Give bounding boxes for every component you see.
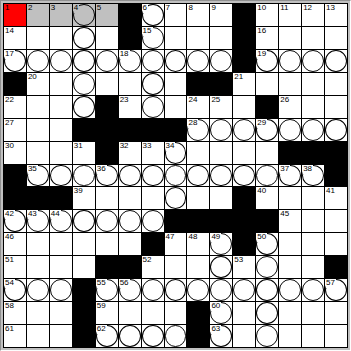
circle-marker [73, 50, 95, 72]
cell-r0c3[interactable]: 4 [73, 4, 95, 26]
cell-r9c3[interactable] [73, 210, 95, 232]
cell-r3c11[interactable] [256, 73, 278, 95]
circle-marker [142, 73, 164, 95]
cell-r14c8 [187, 325, 209, 347]
cell-r1c3[interactable] [73, 27, 95, 49]
cell-r3c10[interactable]: 21 [233, 73, 255, 95]
cell-r2c10 [233, 50, 255, 72]
cell-r12c3 [73, 279, 95, 301]
clue-number-2: 2 [28, 4, 33, 13]
cell-r14c7[interactable] [165, 325, 187, 347]
circle-marker [142, 279, 164, 301]
cell-r9c1[interactable]: 43 [27, 210, 49, 232]
clue-number-32: 32 [120, 142, 130, 151]
circle-marker [142, 210, 164, 232]
cell-r2c7[interactable] [165, 50, 187, 72]
cell-r5c5 [119, 119, 141, 141]
cell-r14c3 [73, 325, 95, 347]
circle-marker [279, 50, 301, 72]
cell-r0c13[interactable]: 12 [302, 4, 324, 26]
cell-r5c13[interactable] [302, 119, 324, 141]
cell-r8c1 [27, 187, 49, 209]
cell-r3c8 [187, 73, 209, 95]
cell-r12c5[interactable]: 56 [119, 279, 141, 301]
cell-r10c13[interactable] [302, 233, 324, 255]
cell-r9c2[interactable]: 44 [50, 210, 72, 232]
cell-r11c1[interactable] [27, 256, 49, 278]
cell-r12c2[interactable] [50, 279, 72, 301]
cell-r7c11[interactable] [256, 165, 278, 187]
clue-number-25: 25 [211, 96, 221, 105]
cell-r4c1[interactable] [27, 96, 49, 118]
cell-r14c5[interactable] [119, 325, 141, 347]
clue-number-23: 23 [120, 96, 130, 105]
circle-marker [165, 325, 187, 347]
cell-r9c5[interactable] [119, 210, 141, 232]
clue-number-54: 54 [5, 279, 15, 288]
cell-r3c4[interactable] [96, 73, 118, 95]
circle-marker [142, 50, 164, 72]
clue-number-4: 4 [74, 4, 79, 13]
cell-r7c10[interactable] [233, 165, 255, 187]
cell-r10c14[interactable] [325, 233, 347, 255]
cell-r4c12[interactable]: 26 [279, 96, 301, 118]
cell-r14c1[interactable] [27, 325, 49, 347]
cell-r0c10 [233, 4, 255, 26]
cell-r1c12[interactable] [279, 27, 301, 49]
cell-r3c9 [210, 73, 232, 95]
cell-r1c14[interactable] [325, 27, 347, 49]
cell-r5c1[interactable] [27, 119, 49, 141]
cell-r9c8 [187, 210, 209, 232]
cell-r6c10[interactable] [233, 142, 255, 164]
cell-r11c13[interactable] [302, 256, 324, 278]
clue-number-21: 21 [234, 73, 244, 82]
cell-r1c13[interactable] [302, 27, 324, 49]
cell-r6c6[interactable]: 33 [142, 142, 164, 164]
clue-number-53: 53 [234, 256, 244, 265]
clue-number-3: 3 [51, 4, 56, 13]
circle-marker [256, 325, 278, 347]
clue-number-37: 37 [280, 165, 290, 174]
circle-marker [73, 210, 95, 232]
cell-r8c4[interactable] [96, 187, 118, 209]
cell-r10c12[interactable] [279, 233, 301, 255]
cell-r5c3 [73, 119, 95, 141]
clue-number-63: 63 [211, 325, 221, 334]
cell-r2c4[interactable] [96, 50, 118, 72]
circle-marker [256, 279, 278, 301]
circle-marker [210, 279, 232, 301]
cell-r0c8[interactable]: 8 [187, 4, 209, 26]
clue-number-13: 13 [326, 4, 336, 13]
clue-number-7: 7 [166, 4, 171, 13]
cell-r8c9[interactable] [210, 187, 232, 209]
clue-number-26: 26 [280, 96, 290, 105]
cell-r7c1[interactable]: 35 [27, 165, 49, 187]
cell-r5c0[interactable]: 27 [4, 119, 26, 141]
cell-r4c3[interactable] [73, 96, 95, 118]
cell-r0c2[interactable]: 3 [50, 4, 72, 26]
cell-r13c10[interactable] [233, 302, 255, 324]
cell-r7c4[interactable]: 36 [96, 165, 118, 187]
cell-r9c9 [210, 210, 232, 232]
cell-r13c7[interactable] [165, 302, 187, 324]
clue-number-14: 14 [5, 27, 15, 36]
cell-r4c2[interactable] [50, 96, 72, 118]
cell-r12c6[interactable] [142, 279, 164, 301]
cell-r13c13[interactable] [302, 302, 324, 324]
circle-marker [256, 165, 278, 187]
cell-r7c14 [325, 165, 347, 187]
cell-r11c9[interactable] [210, 256, 232, 278]
cell-r9c13[interactable] [302, 210, 324, 232]
cell-r2c3[interactable] [73, 50, 95, 72]
cell-r5c6 [142, 119, 164, 141]
cell-r3c1[interactable]: 20 [27, 73, 49, 95]
circle-marker [73, 165, 95, 187]
clue-number-38: 38 [303, 165, 313, 174]
clue-number-39: 39 [74, 187, 84, 196]
cell-r13c1[interactable] [27, 302, 49, 324]
cell-r5c9[interactable] [210, 119, 232, 141]
circle-marker [73, 27, 95, 49]
cell-r11c14 [325, 256, 347, 278]
cell-r13c6[interactable] [142, 302, 164, 324]
circle-marker [325, 50, 347, 72]
circle-marker [302, 279, 324, 301]
circle-marker [210, 256, 232, 278]
clue-number-1: 1 [5, 4, 10, 13]
cell-r6c12 [279, 142, 301, 164]
cell-r0c6[interactable]: 6 [142, 4, 164, 26]
cell-r2c9[interactable] [210, 50, 232, 72]
cell-r9c6[interactable] [142, 210, 164, 232]
cell-r6c14 [325, 142, 347, 164]
cell-r8c8[interactable] [187, 187, 209, 209]
cell-r3c13[interactable] [302, 73, 324, 95]
circle-marker [73, 73, 95, 95]
cell-r2c8[interactable] [187, 50, 209, 72]
cell-r12c14[interactable]: 57 [325, 279, 347, 301]
cell-r6c13 [302, 142, 324, 164]
crossword-grid: 1234567891011121314151617181920212223242… [3, 3, 348, 348]
cell-r8c11[interactable]: 40 [256, 187, 278, 209]
cell-r11c12[interactable] [279, 256, 301, 278]
cell-r5c11[interactable]: 29 [256, 119, 278, 141]
cell-r10c8[interactable]: 48 [187, 233, 209, 255]
cell-r6c7[interactable]: 34 [165, 142, 187, 164]
cell-r11c3[interactable] [73, 256, 95, 278]
cell-r2c5[interactable]: 18 [119, 50, 141, 72]
circle-marker [27, 50, 49, 72]
cell-r10c4[interactable] [96, 233, 118, 255]
circle-marker [210, 50, 232, 72]
circle-marker [302, 119, 324, 141]
cell-r7c5[interactable] [119, 165, 141, 187]
cell-r1c7[interactable] [165, 27, 187, 49]
cell-r8c14[interactable]: 41 [325, 187, 347, 209]
cell-r4c6[interactable] [142, 96, 164, 118]
cell-r1c10 [233, 27, 255, 49]
cell-r11c10[interactable]: 53 [233, 256, 255, 278]
circle-marker [50, 50, 72, 72]
cell-r2c12[interactable] [279, 50, 301, 72]
cell-r12c0[interactable]: 54 [4, 279, 26, 301]
circle-marker [256, 256, 278, 278]
cell-r9c4[interactable] [96, 210, 118, 232]
cell-r6c9[interactable] [210, 142, 232, 164]
circle-marker [96, 50, 118, 72]
cell-r14c10[interactable] [233, 325, 255, 347]
cell-r11c2[interactable] [50, 256, 72, 278]
cell-r3c14[interactable] [325, 73, 347, 95]
cell-r1c5 [119, 27, 141, 49]
cell-r4c8[interactable]: 24 [187, 96, 209, 118]
clue-number-36: 36 [97, 165, 107, 174]
clue-number-18: 18 [120, 50, 130, 59]
cell-r4c0[interactable]: 22 [4, 96, 26, 118]
circle-marker [165, 165, 187, 187]
cell-r0c11[interactable]: 10 [256, 4, 278, 26]
cell-r9c10 [233, 210, 255, 232]
cell-r4c13[interactable] [302, 96, 324, 118]
cell-r6c2[interactable] [50, 142, 72, 164]
cell-r9c7 [165, 210, 187, 232]
cell-r7c12[interactable]: 37 [279, 165, 301, 187]
cell-r9c12[interactable]: 45 [279, 210, 301, 232]
cell-r13c0[interactable]: 58 [4, 302, 26, 324]
circle-marker [165, 187, 187, 209]
cell-r7c13[interactable]: 38 [302, 165, 324, 187]
cell-r8c5[interactable] [119, 187, 141, 209]
cell-r14c6[interactable] [142, 325, 164, 347]
clue-number-50: 50 [257, 233, 267, 242]
cell-r14c4[interactable]: 62 [96, 325, 118, 347]
cell-r4c5[interactable]: 23 [119, 96, 141, 118]
cell-r0c1[interactable]: 2 [27, 4, 49, 26]
cell-r12c12[interactable] [279, 279, 301, 301]
cell-r10c1[interactable] [27, 233, 49, 255]
cell-r3c12[interactable] [279, 73, 301, 95]
cell-r13c5[interactable] [119, 302, 141, 324]
cell-r5c2[interactable] [50, 119, 72, 141]
clue-number-51: 51 [5, 256, 15, 265]
circle-marker [187, 50, 209, 72]
cell-r1c4[interactable] [96, 27, 118, 49]
cell-r12c4[interactable]: 55 [96, 279, 118, 301]
cell-r12c8[interactable] [187, 279, 209, 301]
cell-r10c7[interactable]: 47 [165, 233, 187, 255]
cell-r3c2[interactable] [50, 73, 72, 95]
cell-r3c6[interactable] [142, 73, 164, 95]
cell-r6c1[interactable] [27, 142, 49, 164]
circle-marker [302, 50, 324, 72]
cell-r5c8[interactable]: 28 [187, 119, 209, 141]
cell-r6c8[interactable] [187, 142, 209, 164]
clue-number-41: 41 [326, 187, 336, 196]
cell-r5c12[interactable] [279, 119, 301, 141]
cell-r2c2[interactable] [50, 50, 72, 72]
cell-r2c1[interactable] [27, 50, 49, 72]
cell-r2c11[interactable]: 19 [256, 50, 278, 72]
cell-r14c2[interactable] [50, 325, 72, 347]
cell-r2c6[interactable] [142, 50, 164, 72]
cell-r0c14[interactable]: 13 [325, 4, 347, 26]
cell-r3c7[interactable] [165, 73, 187, 95]
cell-r10c11[interactable]: 50 [256, 233, 278, 255]
cell-r9c0[interactable]: 42 [4, 210, 26, 232]
clue-number-34: 34 [166, 142, 176, 151]
cell-r14c12[interactable] [279, 325, 301, 347]
cell-r11c0[interactable]: 51 [4, 256, 26, 278]
clue-number-57: 57 [326, 279, 336, 288]
cell-r1c2[interactable] [50, 27, 72, 49]
clue-number-27: 27 [5, 119, 15, 128]
cell-r14c11[interactable] [256, 325, 278, 347]
circle-marker [119, 210, 141, 232]
circle-marker [279, 279, 301, 301]
cell-r3c3[interactable] [73, 73, 95, 95]
cell-r14c0[interactable]: 61 [4, 325, 26, 347]
cell-r9c14[interactable] [325, 210, 347, 232]
clue-number-20: 20 [28, 73, 38, 82]
clue-number-12: 12 [303, 4, 313, 13]
cell-r12c9[interactable] [210, 279, 232, 301]
cell-r9c11 [256, 210, 278, 232]
cell-r7c8[interactable] [187, 165, 209, 187]
cell-r4c14[interactable] [325, 96, 347, 118]
circle-marker [165, 50, 187, 72]
cell-r10c5[interactable] [119, 233, 141, 255]
cell-r13c2[interactable] [50, 302, 72, 324]
clue-number-16: 16 [257, 27, 267, 36]
cell-r2c13[interactable] [302, 50, 324, 72]
clue-number-58: 58 [5, 302, 15, 311]
circle-marker [233, 165, 255, 187]
clue-number-17: 17 [5, 50, 15, 59]
cell-r12c13[interactable] [302, 279, 324, 301]
cell-r11c11[interactable] [256, 256, 278, 278]
cell-r2c14[interactable] [325, 50, 347, 72]
clue-number-40: 40 [257, 187, 267, 196]
cell-r4c9[interactable]: 25 [210, 96, 232, 118]
cell-r1c9[interactable] [210, 27, 232, 49]
circle-marker [27, 279, 49, 301]
cell-r8c7[interactable] [165, 187, 187, 209]
cell-r8c2 [50, 187, 72, 209]
cell-r1c1[interactable] [27, 27, 49, 49]
cell-r12c10[interactable] [233, 279, 255, 301]
cell-r6c3[interactable]: 31 [73, 142, 95, 164]
cell-r13c4[interactable]: 59 [96, 302, 118, 324]
cell-r7c6[interactable] [142, 165, 164, 187]
cell-r12c11[interactable] [256, 279, 278, 301]
clue-number-28: 28 [188, 119, 198, 128]
circle-marker [187, 279, 209, 301]
circle-marker [325, 119, 347, 141]
cell-r10c3[interactable] [73, 233, 95, 255]
cell-r11c7[interactable] [165, 256, 187, 278]
cell-r1c6[interactable]: 15 [142, 27, 164, 49]
cell-r13c14[interactable] [325, 302, 347, 324]
circle-marker [165, 279, 187, 301]
clue-number-55: 55 [97, 279, 107, 288]
cell-r6c5[interactable]: 32 [119, 142, 141, 164]
cell-r5c14[interactable] [325, 119, 347, 141]
cell-r0c4[interactable]: 5 [96, 4, 118, 26]
cell-r8c3[interactable]: 39 [73, 187, 95, 209]
clue-number-15: 15 [143, 27, 153, 36]
cell-r10c0[interactable]: 46 [4, 233, 26, 255]
clue-number-59: 59 [97, 302, 107, 311]
cell-r3c5[interactable] [119, 73, 141, 95]
clue-number-35: 35 [28, 165, 38, 174]
cell-r2c0[interactable]: 17 [4, 50, 26, 72]
cell-r14c9[interactable]: 63 [210, 325, 232, 347]
cell-r5c4 [96, 119, 118, 141]
clue-number-61: 61 [5, 325, 15, 334]
cell-r1c11[interactable]: 16 [256, 27, 278, 49]
cell-r0c7[interactable]: 7 [165, 4, 187, 26]
clue-number-19: 19 [257, 50, 267, 59]
cell-r4c10[interactable] [233, 96, 255, 118]
clue-number-49: 49 [211, 233, 221, 242]
clue-number-47: 47 [166, 233, 176, 242]
cell-r4c7[interactable] [165, 96, 187, 118]
cell-r12c1[interactable] [27, 279, 49, 301]
cell-r7c9[interactable] [210, 165, 232, 187]
cell-r11c8[interactable] [187, 256, 209, 278]
cell-r13c12[interactable] [279, 302, 301, 324]
cell-r13c9[interactable]: 60 [210, 302, 232, 324]
cell-r14c14[interactable] [325, 325, 347, 347]
clue-number-29: 29 [257, 119, 267, 128]
cell-r8c0 [4, 187, 26, 209]
clue-number-62: 62 [97, 325, 107, 334]
cell-r8c13[interactable] [302, 187, 324, 209]
cell-r5c7 [165, 119, 187, 141]
cell-r6c11[interactable] [256, 142, 278, 164]
cell-r12c7[interactable] [165, 279, 187, 301]
circle-marker [96, 210, 118, 232]
cell-r7c7[interactable] [165, 165, 187, 187]
cell-r1c0[interactable]: 14 [4, 27, 26, 49]
cell-r14c13[interactable] [302, 325, 324, 347]
clue-number-11: 11 [280, 4, 289, 13]
cell-r8c12[interactable] [279, 187, 301, 209]
cell-r0c0[interactable]: 1 [4, 4, 26, 26]
circle-marker [142, 165, 164, 187]
clue-number-31: 31 [74, 142, 84, 151]
cell-r8c6[interactable] [142, 187, 164, 209]
cell-r7c3[interactable] [73, 165, 95, 187]
cell-r11c6[interactable]: 52 [142, 256, 164, 278]
circle-marker [50, 165, 72, 187]
cell-r10c9[interactable]: 49 [210, 233, 232, 255]
clue-number-9: 9 [211, 4, 216, 13]
cell-r0c12[interactable]: 11 [279, 4, 301, 26]
cell-r10c2[interactable] [50, 233, 72, 255]
cell-r7c2[interactable] [50, 165, 72, 187]
cell-r13c11[interactable] [256, 302, 278, 324]
cell-r6c0[interactable]: 30 [4, 142, 26, 164]
cell-r5c10[interactable] [233, 119, 255, 141]
circle-marker [119, 165, 141, 187]
cell-r0c9[interactable]: 9 [210, 4, 232, 26]
circle-marker [233, 279, 255, 301]
cell-r1c8[interactable] [187, 27, 209, 49]
